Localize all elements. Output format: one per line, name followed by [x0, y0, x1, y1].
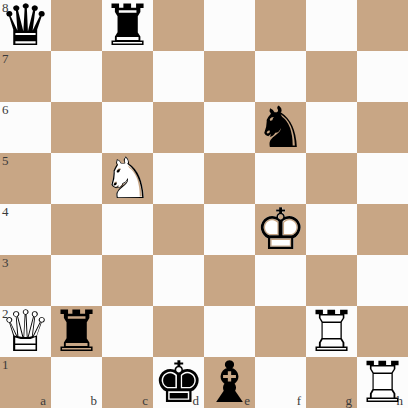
square-a1[interactable]: 1a	[0, 357, 51, 408]
file-label-b: b	[91, 394, 98, 407]
square-b6[interactable]	[51, 102, 102, 153]
white-rook[interactable]: ♜♖	[357, 357, 408, 408]
square-a6[interactable]: 6	[0, 102, 51, 153]
square-c8[interactable]: ♜	[102, 0, 153, 51]
square-g5[interactable]	[306, 153, 357, 204]
square-a7[interactable]: 7	[0, 51, 51, 102]
square-c3[interactable]	[102, 255, 153, 306]
file-label-a: a	[40, 394, 46, 407]
square-c4[interactable]	[102, 204, 153, 255]
square-d4[interactable]	[153, 204, 204, 255]
square-f3[interactable]	[255, 255, 306, 306]
white-king[interactable]: ♚♔	[255, 204, 306, 255]
rank-label-6: 6	[2, 103, 9, 116]
square-b4[interactable]	[51, 204, 102, 255]
square-a5[interactable]: 5	[0, 153, 51, 204]
square-d8[interactable]	[153, 0, 204, 51]
black-knight[interactable]: ♞	[255, 102, 306, 153]
square-h8[interactable]	[357, 0, 408, 51]
square-g8[interactable]	[306, 0, 357, 51]
square-e5[interactable]	[204, 153, 255, 204]
square-g7[interactable]	[306, 51, 357, 102]
white-knight[interactable]: ♞♘	[102, 153, 153, 204]
square-e7[interactable]	[204, 51, 255, 102]
square-f2[interactable]	[255, 306, 306, 357]
rank-label-4: 4	[2, 205, 9, 218]
black-bishop[interactable]: ♝	[204, 357, 255, 408]
square-a2[interactable]: 2♛♕	[0, 306, 51, 357]
file-label-g: g	[346, 394, 353, 407]
black-king[interactable]: ♚	[153, 357, 204, 408]
square-h5[interactable]	[357, 153, 408, 204]
rank-label-3: 3	[2, 256, 9, 269]
square-c2[interactable]	[102, 306, 153, 357]
white-rook[interactable]: ♜♖	[306, 306, 357, 357]
black-rook[interactable]: ♜	[51, 306, 102, 357]
square-b8[interactable]	[51, 0, 102, 51]
chess-board: 8♛♜76♞5♞♘4♚♔32♛♕♜♜♖1abcd♚e♝fgh♜♖	[0, 0, 408, 408]
square-e1[interactable]: e♝	[204, 357, 255, 408]
square-h6[interactable]	[357, 102, 408, 153]
square-h3[interactable]	[357, 255, 408, 306]
square-b5[interactable]	[51, 153, 102, 204]
black-rook[interactable]: ♜	[102, 0, 153, 51]
square-g6[interactable]	[306, 102, 357, 153]
square-d3[interactable]	[153, 255, 204, 306]
square-c7[interactable]	[102, 51, 153, 102]
square-a4[interactable]: 4	[0, 204, 51, 255]
square-b1[interactable]: b	[51, 357, 102, 408]
square-c1[interactable]: c	[102, 357, 153, 408]
rank-label-5: 5	[2, 154, 9, 167]
square-h1[interactable]: h♜♖	[357, 357, 408, 408]
square-e4[interactable]	[204, 204, 255, 255]
square-d5[interactable]	[153, 153, 204, 204]
square-f8[interactable]	[255, 0, 306, 51]
square-e6[interactable]	[204, 102, 255, 153]
square-d6[interactable]	[153, 102, 204, 153]
square-d1[interactable]: d♚	[153, 357, 204, 408]
square-g4[interactable]	[306, 204, 357, 255]
square-d7[interactable]	[153, 51, 204, 102]
square-f6[interactable]: ♞	[255, 102, 306, 153]
square-f4[interactable]: ♚♔	[255, 204, 306, 255]
white-queen[interactable]: ♛♕	[0, 306, 51, 357]
square-g2[interactable]: ♜♖	[306, 306, 357, 357]
square-e3[interactable]	[204, 255, 255, 306]
square-e8[interactable]	[204, 0, 255, 51]
black-queen[interactable]: ♛	[0, 0, 51, 51]
square-b7[interactable]	[51, 51, 102, 102]
square-b2[interactable]: ♜	[51, 306, 102, 357]
square-g1[interactable]: g	[306, 357, 357, 408]
file-label-c: c	[142, 394, 148, 407]
square-h7[interactable]	[357, 51, 408, 102]
square-f1[interactable]: f	[255, 357, 306, 408]
square-a8[interactable]: 8♛	[0, 0, 51, 51]
file-label-f: f	[297, 394, 301, 407]
square-h4[interactable]	[357, 204, 408, 255]
square-c5[interactable]: ♞♘	[102, 153, 153, 204]
